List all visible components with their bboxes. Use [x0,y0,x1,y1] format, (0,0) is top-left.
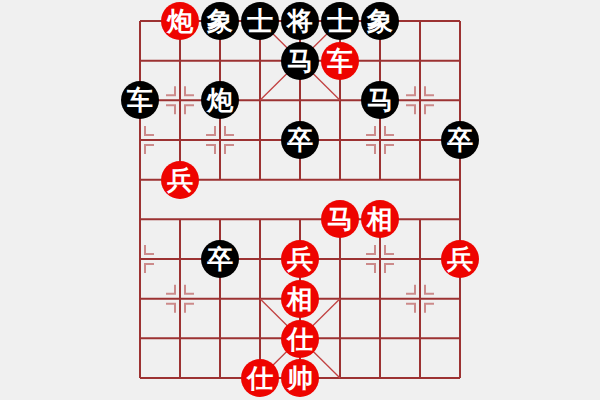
red-soldier[interactable]: 兵 [161,161,199,199]
red-horse[interactable]: 马 [321,200,359,238]
black-cannon[interactable]: 炮 [201,81,239,119]
black-elephant[interactable]: 象 [201,2,239,40]
black-advisor[interactable]: 士 [321,2,359,40]
red-soldier[interactable]: 兵 [441,240,479,278]
red-general[interactable]: 帅 [281,359,319,397]
red-soldier[interactable]: 兵 [281,240,319,278]
xiangqi-app: 炮象士将士象马车车炮马卒卒兵马相卒兵兵相仕仕帅 [0,0,600,400]
red-advisor[interactable]: 仕 [281,320,319,358]
black-general[interactable]: 将 [281,2,319,40]
black-soldier[interactable]: 卒 [281,121,319,159]
black-horse[interactable]: 马 [361,81,399,119]
red-elephant[interactable]: 相 [281,280,319,318]
red-chariot[interactable]: 车 [321,42,359,80]
black-soldier[interactable]: 卒 [201,240,239,278]
xiangqi-board[interactable]: 炮象士将士象马车车炮马卒卒兵马相卒兵兵相仕仕帅 [120,1,480,398]
black-advisor[interactable]: 士 [241,2,279,40]
black-elephant[interactable]: 象 [361,2,399,40]
red-elephant[interactable]: 相 [361,200,399,238]
black-horse[interactable]: 马 [281,42,319,80]
black-chariot[interactable]: 车 [121,81,159,119]
black-soldier[interactable]: 卒 [441,121,479,159]
red-cannon[interactable]: 炮 [161,2,199,40]
red-advisor[interactable]: 仕 [241,359,279,397]
